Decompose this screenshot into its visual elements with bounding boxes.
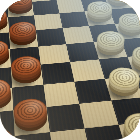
checker-piece-white[interactable]	[85, 10, 114, 25]
piece-top-face	[136, 0, 140, 12]
piece-side	[0, 134, 15, 140]
checker-piece-red[interactable]	[0, 137, 15, 140]
checkers-app-icon[interactable]	[0, 0, 140, 140]
checker-piece-red[interactable]	[10, 31, 38, 49]
checker-piece-white[interactable]	[106, 77, 140, 100]
checker-piece-white[interactable]	[120, 122, 140, 140]
board	[0, 0, 140, 140]
piece-concentric-rings	[138, 0, 140, 10]
checker-piece-red[interactable]	[8, 2, 33, 17]
checker-piece-white[interactable]	[95, 40, 127, 59]
checker-piece-red[interactable]	[0, 88, 12, 113]
piece-side	[135, 0, 140, 14]
piece-concentric-rings	[0, 129, 10, 140]
checker-piece-red[interactable]	[12, 65, 43, 87]
checker-piece-red[interactable]	[0, 18, 8, 34]
checker-piece-red[interactable]	[14, 108, 49, 135]
piece-gloss-highlight	[137, 0, 140, 11]
checker-piece-red[interactable]	[0, 50, 10, 70]
